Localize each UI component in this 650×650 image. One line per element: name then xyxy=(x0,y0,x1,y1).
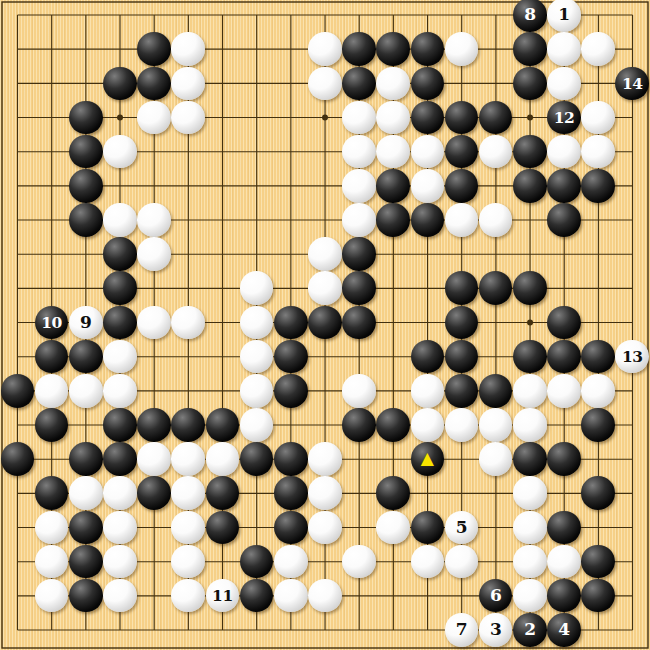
black-stone xyxy=(69,340,103,374)
white-stone xyxy=(103,545,137,579)
board-point-18-12 xyxy=(581,374,615,408)
white-stone xyxy=(274,545,308,579)
board-point-9-18 xyxy=(274,579,308,613)
black-stone xyxy=(103,306,137,340)
move-number-label: 12 xyxy=(554,110,575,126)
black-stone xyxy=(547,442,581,476)
black-stone xyxy=(342,237,376,271)
board-point-18-4 xyxy=(581,100,615,134)
board-point-14-13 xyxy=(444,408,478,442)
white-stone xyxy=(376,135,410,169)
black-stone xyxy=(103,237,137,271)
board-point-15-9 xyxy=(479,271,513,305)
board-point-15-5 xyxy=(479,135,513,169)
board-point-8-17 xyxy=(239,544,273,578)
black-stone xyxy=(411,101,445,135)
board-point-17-18 xyxy=(547,579,581,613)
black-stone xyxy=(547,511,581,545)
white-stone xyxy=(35,579,69,613)
black-stone xyxy=(376,32,410,66)
board-point-3-7 xyxy=(69,203,103,237)
move-number-label: 11 xyxy=(212,588,233,604)
black-stone xyxy=(581,169,615,203)
black-stone xyxy=(274,442,308,476)
board-point-7-15 xyxy=(205,476,239,510)
board-point-16-11 xyxy=(513,339,547,373)
black-stone xyxy=(240,442,274,476)
board-point-14-11 xyxy=(444,339,478,373)
white-stone xyxy=(137,203,171,237)
black-stone xyxy=(342,408,376,442)
black-stone xyxy=(35,476,69,510)
white-stone xyxy=(308,511,342,545)
white-stone xyxy=(342,203,376,237)
board-point-8-18 xyxy=(239,579,273,613)
board-point-7-14 xyxy=(205,442,239,476)
move-number-label: 6 xyxy=(490,587,501,604)
black-stone xyxy=(581,579,615,613)
white-stone xyxy=(547,32,581,66)
move-number-label: 5 xyxy=(456,519,467,536)
black-stone xyxy=(513,169,547,203)
white-stone: 1 xyxy=(547,0,581,32)
board-point-16-5 xyxy=(513,135,547,169)
board-point-11-5 xyxy=(342,135,376,169)
board-point-17-16 xyxy=(547,510,581,544)
move-number-label: 10 xyxy=(41,315,62,331)
black-stone xyxy=(342,32,376,66)
black-stone xyxy=(513,67,547,101)
board-point-18-15 xyxy=(581,476,615,510)
board-point-9-14 xyxy=(274,442,308,476)
black-stone: 2 xyxy=(513,613,547,647)
black-stone xyxy=(342,67,376,101)
black-stone xyxy=(513,135,547,169)
black-stone xyxy=(206,408,240,442)
white-stone xyxy=(308,442,342,476)
white-stone xyxy=(240,408,274,442)
white-stone xyxy=(445,203,479,237)
white-stone xyxy=(137,442,171,476)
board-point-6-4 xyxy=(171,100,205,134)
white-stone xyxy=(547,374,581,408)
board-point-15-13 xyxy=(479,408,513,442)
board-point-18-5 xyxy=(581,135,615,169)
board-point-17-2 xyxy=(547,32,581,66)
board-point-15-7 xyxy=(479,203,513,237)
board-point-10-18 xyxy=(308,579,342,613)
board-point-13-16 xyxy=(410,510,444,544)
white-stone xyxy=(411,374,445,408)
board-point-11-6 xyxy=(342,169,376,203)
white-stone xyxy=(137,237,171,271)
board-point-7-16 xyxy=(205,510,239,544)
board-point-8-13 xyxy=(239,408,273,442)
board-point-3-14 xyxy=(69,442,103,476)
board-point-19-3: 14 xyxy=(615,66,649,100)
black-stone xyxy=(69,101,103,135)
black-stone xyxy=(274,511,308,545)
black-stone: 6 xyxy=(479,579,513,613)
black-stone xyxy=(69,545,103,579)
black-stone xyxy=(342,271,376,305)
board-point-13-6 xyxy=(410,169,444,203)
board-point-11-12 xyxy=(342,374,376,408)
board-point-17-6 xyxy=(547,169,581,203)
board-point-4-18 xyxy=(103,579,137,613)
board-point-5-2 xyxy=(137,32,171,66)
white-stone xyxy=(479,408,513,442)
black-stone xyxy=(69,442,103,476)
board-point-4-17 xyxy=(103,544,137,578)
white-stone xyxy=(513,579,547,613)
board-point-6-16 xyxy=(171,510,205,544)
board-point-16-18 xyxy=(513,579,547,613)
board-point-5-8 xyxy=(137,237,171,271)
black-stone xyxy=(581,545,615,579)
black-stone xyxy=(445,135,479,169)
board-point-17-5 xyxy=(547,135,581,169)
black-stone xyxy=(445,271,479,305)
go-board[interactable]: 81141210913▲51167324 xyxy=(0,0,649,647)
black-stone xyxy=(479,271,513,305)
board-point-5-13 xyxy=(137,408,171,442)
board-point-12-15 xyxy=(376,476,410,510)
white-stone xyxy=(171,101,205,135)
board-point-18-17 xyxy=(581,544,615,578)
board-point-12-13 xyxy=(376,408,410,442)
black-stone: ▲ xyxy=(411,442,445,476)
board-point-4-16 xyxy=(103,510,137,544)
board-point-3-15 xyxy=(69,476,103,510)
black-stone xyxy=(513,442,547,476)
board-point-6-10 xyxy=(171,305,205,339)
white-stone xyxy=(308,579,342,613)
black-stone xyxy=(547,169,581,203)
black-stone xyxy=(137,32,171,66)
white-stone xyxy=(513,545,547,579)
black-stone xyxy=(445,101,479,135)
board-point-4-7 xyxy=(103,203,137,237)
board-point-13-2 xyxy=(410,32,444,66)
board-point-17-7 xyxy=(547,203,581,237)
board-point-6-2 xyxy=(171,32,205,66)
board-point-13-11 xyxy=(410,339,444,373)
white-stone xyxy=(240,374,274,408)
black-stone xyxy=(206,511,240,545)
board-point-3-17 xyxy=(69,544,103,578)
board-point-4-9 xyxy=(103,271,137,305)
white-stone xyxy=(581,32,615,66)
board-point-9-17 xyxy=(274,544,308,578)
black-stone xyxy=(411,340,445,374)
black-stone: 10 xyxy=(35,306,69,340)
board-point-11-8 xyxy=(342,237,376,271)
board-point-10-15 xyxy=(308,476,342,510)
white-stone xyxy=(171,442,205,476)
board-point-8-10 xyxy=(239,305,273,339)
board-point-17-14 xyxy=(547,442,581,476)
white-stone xyxy=(308,237,342,271)
black-stone: 4 xyxy=(547,613,581,647)
black-stone xyxy=(581,408,615,442)
board-point-10-3 xyxy=(308,66,342,100)
black-stone xyxy=(445,340,479,374)
white-stone: 13 xyxy=(615,340,649,374)
white-stone xyxy=(171,545,205,579)
black-stone xyxy=(1,374,35,408)
white-stone xyxy=(206,442,240,476)
board-point-6-18 xyxy=(171,579,205,613)
black-stone xyxy=(274,476,308,510)
board-point-6-14 xyxy=(171,442,205,476)
board-point-9-11 xyxy=(274,339,308,373)
board-point-17-1: 1 xyxy=(547,0,581,32)
white-stone xyxy=(103,374,137,408)
black-stone xyxy=(206,476,240,510)
board-point-4-11 xyxy=(103,339,137,373)
black-stone xyxy=(479,101,513,135)
black-stone xyxy=(411,203,445,237)
black-stone xyxy=(376,169,410,203)
black-stone xyxy=(547,203,581,237)
white-stone xyxy=(103,135,137,169)
board-point-16-6 xyxy=(513,169,547,203)
board-point-18-2 xyxy=(581,32,615,66)
board-point-3-5 xyxy=(69,135,103,169)
white-stone xyxy=(581,374,615,408)
black-stone xyxy=(69,511,103,545)
board-point-13-12 xyxy=(410,374,444,408)
board-point-12-6 xyxy=(376,169,410,203)
board-point-1-12 xyxy=(0,374,34,408)
black-stone xyxy=(513,340,547,374)
white-stone xyxy=(171,579,205,613)
board-point-2-15 xyxy=(35,476,69,510)
black-stone xyxy=(411,67,445,101)
board-point-4-5 xyxy=(103,135,137,169)
black-stone xyxy=(69,203,103,237)
white-stone xyxy=(171,476,205,510)
board-point-16-2 xyxy=(513,32,547,66)
board-point-2-12 xyxy=(35,374,69,408)
black-stone xyxy=(411,511,445,545)
white-stone xyxy=(308,271,342,305)
white-stone xyxy=(513,408,547,442)
white-stone xyxy=(376,101,410,135)
black-stone xyxy=(1,442,35,476)
board-point-8-14 xyxy=(239,442,273,476)
board-point-14-9 xyxy=(444,271,478,305)
white-stone: 7 xyxy=(445,613,479,647)
board-point-8-12 xyxy=(239,374,273,408)
white-stone: 5 xyxy=(445,511,479,545)
white-stone: 9 xyxy=(69,306,103,340)
black-stone xyxy=(35,340,69,374)
board-point-3-10: 9 xyxy=(69,305,103,339)
black-stone xyxy=(171,408,205,442)
board-point-17-19: 4 xyxy=(547,613,581,647)
white-stone xyxy=(445,408,479,442)
board-point-13-3 xyxy=(410,66,444,100)
move-number-label: 9 xyxy=(80,314,91,331)
move-number-label: 13 xyxy=(622,349,643,365)
board-point-17-3 xyxy=(547,66,581,100)
black-stone xyxy=(103,67,137,101)
white-stone xyxy=(240,340,274,374)
white-stone xyxy=(103,579,137,613)
board-point-11-4 xyxy=(342,100,376,134)
white-stone xyxy=(308,476,342,510)
white-stone xyxy=(308,32,342,66)
board-point-9-12 xyxy=(274,374,308,408)
black-stone xyxy=(137,67,171,101)
board-point-18-13 xyxy=(581,408,615,442)
board-point-5-3 xyxy=(137,66,171,100)
white-stone xyxy=(411,135,445,169)
white-stone xyxy=(513,374,547,408)
white-stone xyxy=(581,135,615,169)
white-stone xyxy=(103,203,137,237)
board-point-14-2 xyxy=(444,32,478,66)
board-point-5-7 xyxy=(137,203,171,237)
board-point-9-15 xyxy=(274,476,308,510)
board-point-7-13 xyxy=(205,408,239,442)
board-point-16-9 xyxy=(513,271,547,305)
board-point-6-13 xyxy=(171,408,205,442)
black-stone xyxy=(103,442,137,476)
white-stone xyxy=(35,374,69,408)
white-stone xyxy=(171,306,205,340)
black-stone xyxy=(308,306,342,340)
board-point-1-14 xyxy=(0,442,34,476)
white-stone xyxy=(479,442,513,476)
board-point-12-3 xyxy=(376,66,410,100)
black-stone xyxy=(581,476,615,510)
white-stone xyxy=(103,476,137,510)
white-stone xyxy=(137,306,171,340)
board-point-10-10 xyxy=(308,305,342,339)
board-point-17-4: 12 xyxy=(547,100,581,134)
board-point-2-17 xyxy=(35,544,69,578)
board-point-8-11 xyxy=(239,339,273,373)
board-point-12-5 xyxy=(376,135,410,169)
black-stone xyxy=(513,271,547,305)
board-point-13-14: ▲ xyxy=(410,442,444,476)
black-stone xyxy=(240,579,274,613)
board-point-8-9 xyxy=(239,271,273,305)
board-point-14-17 xyxy=(444,544,478,578)
move-number-label: 14 xyxy=(622,76,643,92)
board-point-9-10 xyxy=(274,305,308,339)
board-point-11-13 xyxy=(342,408,376,442)
board-point-14-19: 7 xyxy=(444,613,478,647)
black-stone xyxy=(103,408,137,442)
board-point-10-14 xyxy=(308,442,342,476)
white-stone xyxy=(240,271,274,305)
board-point-16-3 xyxy=(513,66,547,100)
board-point-7-18: 11 xyxy=(205,579,239,613)
black-stone xyxy=(274,306,308,340)
board-point-11-10 xyxy=(342,305,376,339)
triangle-marker-icon: ▲ xyxy=(421,450,434,467)
board-point-18-6 xyxy=(581,169,615,203)
board-point-11-9 xyxy=(342,271,376,305)
black-stone xyxy=(479,374,513,408)
board-point-11-17 xyxy=(342,544,376,578)
board-point-18-11 xyxy=(581,339,615,373)
board-point-5-10 xyxy=(137,305,171,339)
black-stone: 12 xyxy=(547,101,581,135)
black-stone xyxy=(342,306,376,340)
board-point-15-4 xyxy=(479,100,513,134)
black-stone xyxy=(376,476,410,510)
black-stone xyxy=(274,374,308,408)
board-point-4-14 xyxy=(103,442,137,476)
white-stone xyxy=(547,545,581,579)
board-point-11-2 xyxy=(342,32,376,66)
white-stone xyxy=(547,135,581,169)
black-stone xyxy=(513,32,547,66)
white-stone xyxy=(411,169,445,203)
white-stone xyxy=(342,545,376,579)
board-point-10-8 xyxy=(308,237,342,271)
board-point-13-13 xyxy=(410,408,444,442)
white-stone xyxy=(171,67,205,101)
board-point-14-12 xyxy=(444,374,478,408)
go-board-screenshot: 81141210913▲51167324 xyxy=(0,0,650,650)
board-point-3-12 xyxy=(69,374,103,408)
white-stone xyxy=(308,67,342,101)
white-stone xyxy=(547,67,581,101)
board-point-12-16 xyxy=(376,510,410,544)
white-stone xyxy=(35,545,69,579)
white-stone xyxy=(274,579,308,613)
black-stone xyxy=(240,545,274,579)
black-stone xyxy=(274,340,308,374)
board-point-15-12 xyxy=(479,374,513,408)
white-stone xyxy=(479,135,513,169)
board-point-17-12 xyxy=(547,374,581,408)
board-point-19-11: 13 xyxy=(615,339,649,373)
board-point-14-10 xyxy=(444,305,478,339)
white-stone xyxy=(376,511,410,545)
move-number-label: 1 xyxy=(558,6,569,23)
white-stone xyxy=(513,511,547,545)
black-stone xyxy=(103,271,137,305)
white-stone xyxy=(342,374,376,408)
black-stone: 14 xyxy=(615,67,649,101)
white-stone xyxy=(376,67,410,101)
board-point-13-5 xyxy=(410,135,444,169)
board-point-12-2 xyxy=(376,32,410,66)
board-point-2-11 xyxy=(35,339,69,373)
board-point-10-16 xyxy=(308,510,342,544)
white-stone xyxy=(35,511,69,545)
board-point-11-7 xyxy=(342,203,376,237)
board-point-11-3 xyxy=(342,66,376,100)
white-stone xyxy=(581,101,615,135)
white-stone xyxy=(103,340,137,374)
move-number-label: 3 xyxy=(490,621,501,638)
black-stone xyxy=(35,408,69,442)
white-stone xyxy=(342,135,376,169)
board-point-17-17 xyxy=(547,544,581,578)
board-point-4-10 xyxy=(103,305,137,339)
black-stone xyxy=(547,579,581,613)
board-point-3-18 xyxy=(69,579,103,613)
black-stone xyxy=(547,306,581,340)
